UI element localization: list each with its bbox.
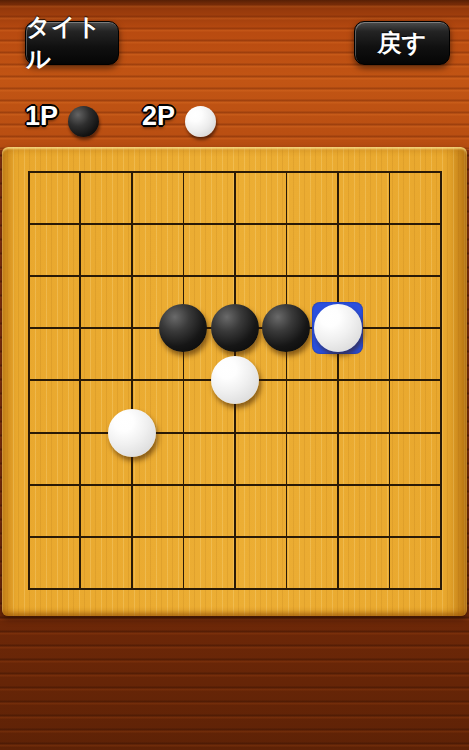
white-stone-icon xyxy=(211,356,259,404)
game-screen: タイトル 戻す 1P 2P xyxy=(0,0,469,750)
title-button[interactable]: タイトル xyxy=(25,21,119,65)
player2-white-stone-icon xyxy=(185,106,216,137)
black-stone xyxy=(260,302,312,354)
black-stone-icon xyxy=(159,304,207,352)
undo-button[interactable]: 戻す xyxy=(354,21,450,65)
white-stone-icon xyxy=(314,304,362,352)
white-stone xyxy=(209,354,261,406)
black-stone xyxy=(157,302,209,354)
black-stone xyxy=(209,302,261,354)
game-board[interactable] xyxy=(2,147,467,616)
player1-label: 1P xyxy=(25,101,58,132)
black-stone-icon xyxy=(211,304,259,352)
board-grid[interactable] xyxy=(3,146,467,615)
player1-black-stone-icon xyxy=(68,106,99,137)
player2-label: 2P xyxy=(142,101,175,132)
black-stone-icon xyxy=(262,304,310,352)
white-stone xyxy=(106,406,158,458)
last-move-white-stone xyxy=(312,302,364,354)
white-stone-icon xyxy=(108,409,156,457)
